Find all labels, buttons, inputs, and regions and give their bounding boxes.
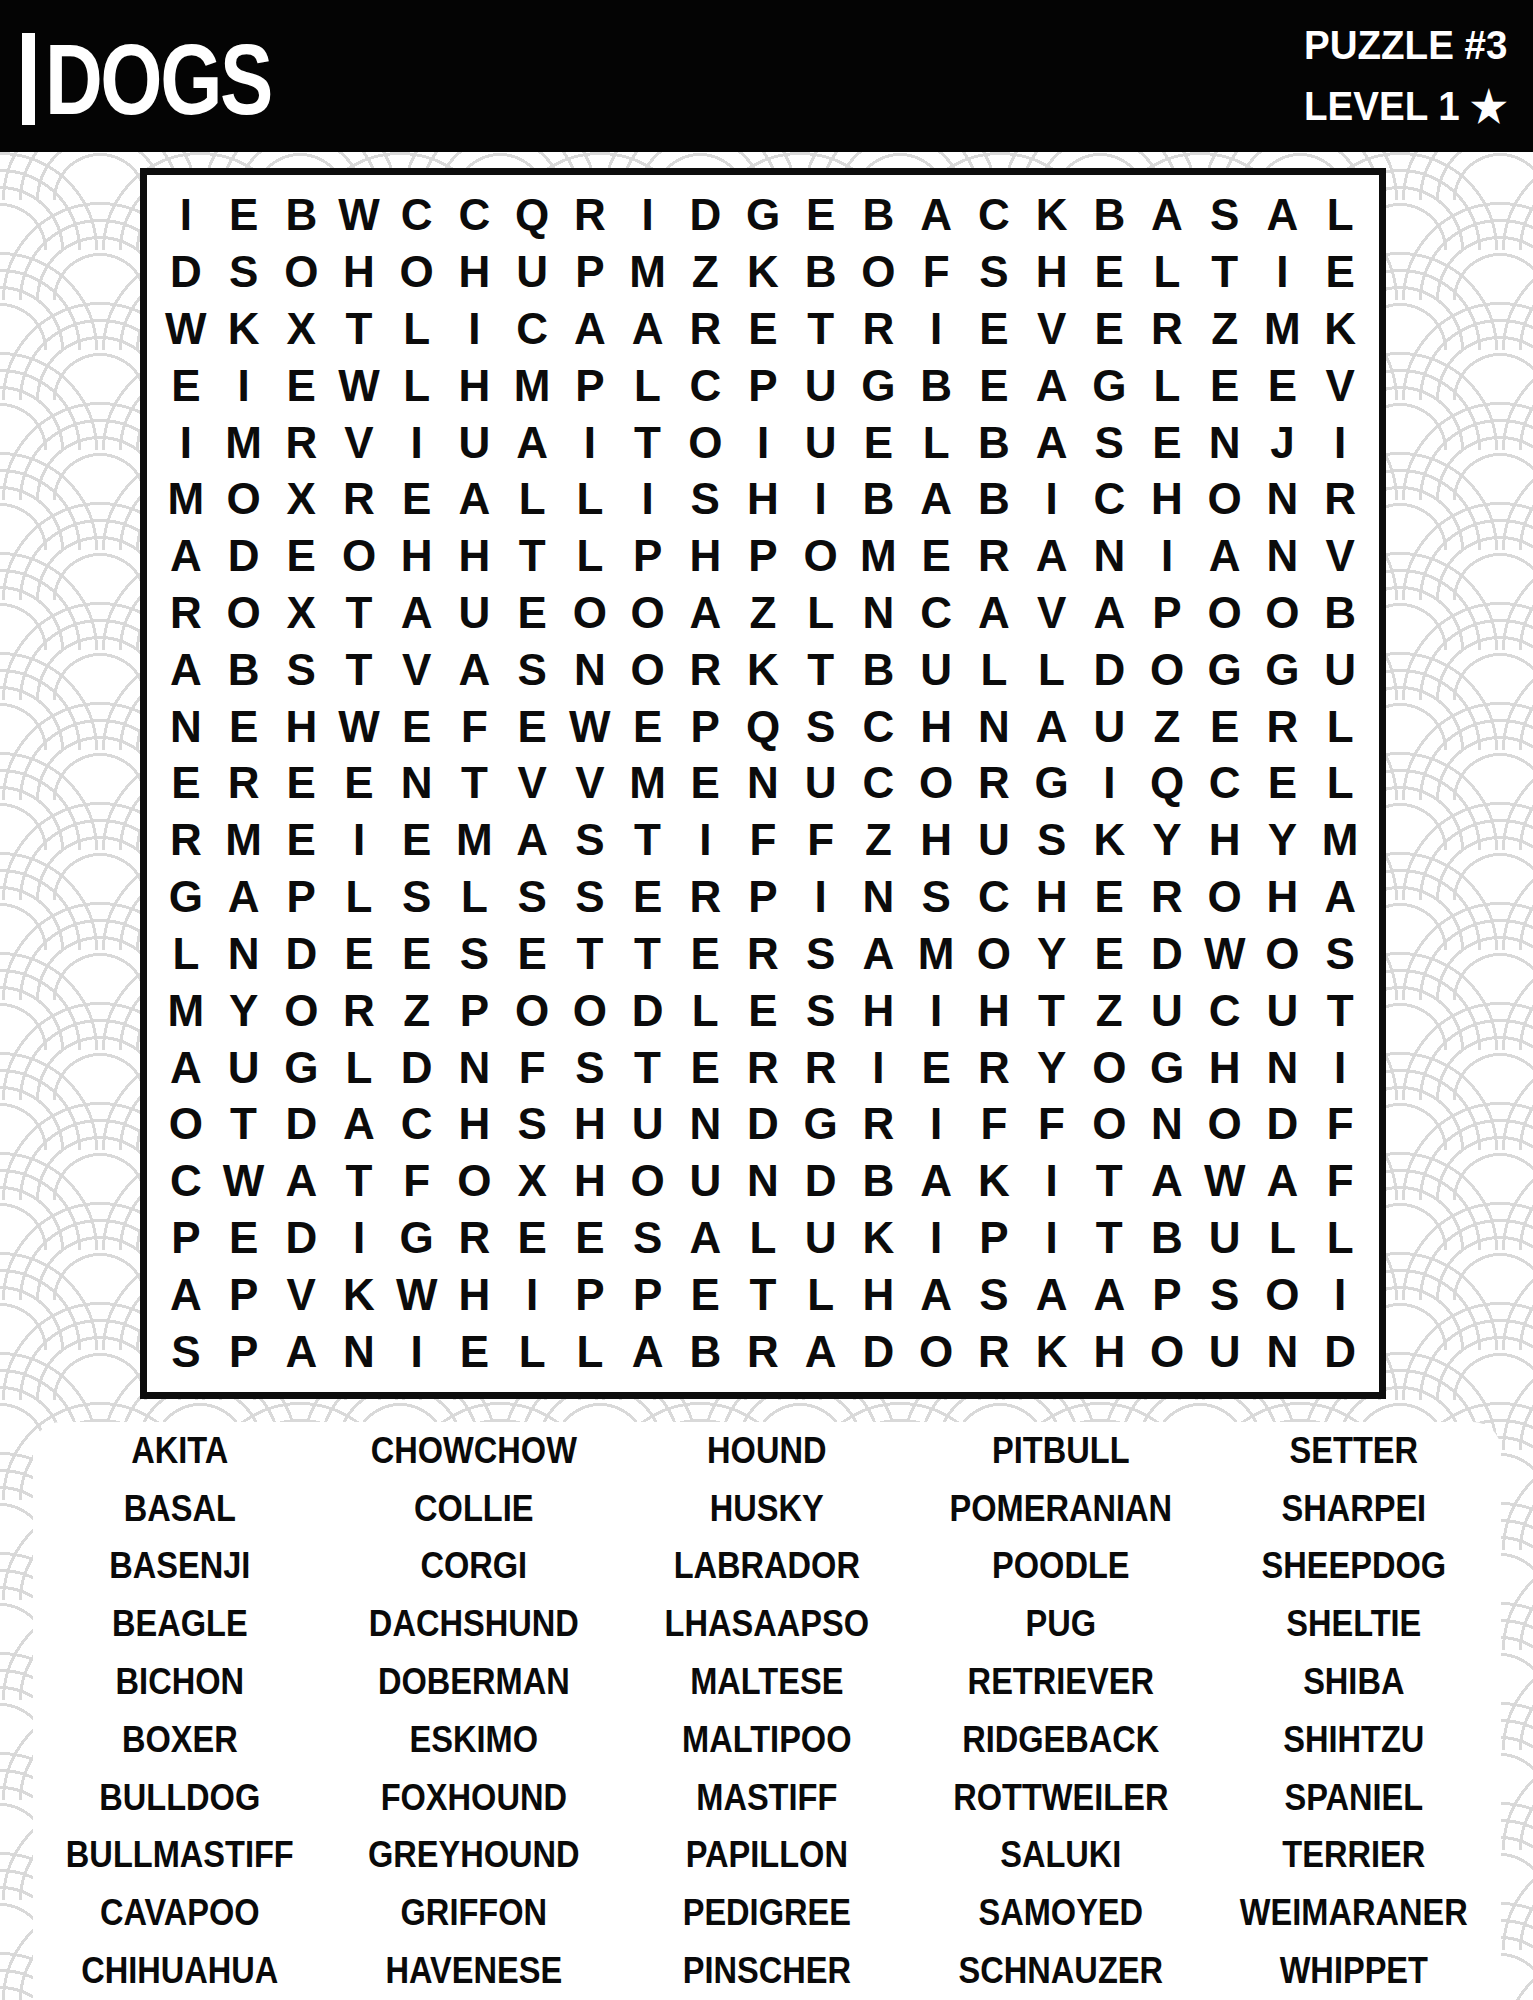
grid-cell-r2c10[interactable]: Z [676,244,734,301]
grid-cell-r14c4[interactable]: E [330,926,388,983]
grid-cell-r15c19[interactable]: C [1196,982,1254,1039]
grid-cell-r13c1[interactable]: G [157,869,215,926]
grid-cell-r19c14[interactable]: I [907,1210,965,1267]
grid-cell-r3c6[interactable]: I [446,301,504,358]
grid-cell-r14c14[interactable]: M [907,926,965,983]
grid-cell-r15c4[interactable]: R [330,982,388,1039]
grid-cell-r11c19[interactable]: C [1196,755,1254,812]
grid-cell-r12c17[interactable]: K [1080,812,1138,869]
grid-cell-r4c7[interactable]: M [503,357,561,414]
grid-cell-r1c16[interactable]: K [1023,187,1081,244]
grid-cell-r2c21[interactable]: E [1311,244,1369,301]
grid-cell-r8c8[interactable]: O [561,585,619,642]
grid-cell-r8c9[interactable]: O [619,585,677,642]
grid-cell-r3c5[interactable]: L [388,301,446,358]
grid-cell-r9c1[interactable]: A [157,641,215,698]
grid-cell-r8c18[interactable]: P [1138,585,1196,642]
grid-cell-r1c4[interactable]: W [330,187,388,244]
grid-cell-r3c4[interactable]: T [330,301,388,358]
grid-cell-r19c9[interactable]: S [619,1210,677,1267]
grid-cell-r19c3[interactable]: D [272,1210,330,1267]
grid-cell-r20c15[interactable]: S [965,1266,1023,1323]
grid-cell-r4c17[interactable]: G [1080,357,1138,414]
grid-cell-r15c9[interactable]: D [619,982,677,1039]
grid-cell-r14c18[interactable]: D [1138,926,1196,983]
grid-cell-r20c9[interactable]: P [619,1266,677,1323]
grid-cell-r13c13[interactable]: N [850,869,908,926]
grid-cell-r10c14[interactable]: H [907,698,965,755]
grid-cell-r16c13[interactable]: I [850,1039,908,1096]
grid-cell-r7c14[interactable]: E [907,528,965,585]
grid-cell-r12c15[interactable]: U [965,812,1023,869]
grid-cell-r9c3[interactable]: S [272,641,330,698]
grid-cell-r11c13[interactable]: C [850,755,908,812]
grid-cell-r1c19[interactable]: S [1196,187,1254,244]
grid-cell-r5c15[interactable]: B [965,414,1023,471]
grid-cell-r8c5[interactable]: A [388,585,446,642]
grid-cell-r20c6[interactable]: H [446,1266,504,1323]
grid-cell-r9c2[interactable]: B [215,641,273,698]
grid-cell-r7c17[interactable]: N [1080,528,1138,585]
grid-cell-r1c10[interactable]: D [676,187,734,244]
grid-cell-r3c13[interactable]: R [850,301,908,358]
grid-cell-r13c6[interactable]: L [446,869,504,926]
grid-cell-r8c21[interactable]: B [1311,585,1369,642]
grid-cell-r21c18[interactable]: O [1138,1323,1196,1380]
grid-cell-r17c21[interactable]: F [1311,1096,1369,1153]
grid-cell-r14c12[interactable]: S [792,926,850,983]
grid-cell-r18c14[interactable]: A [907,1153,965,1210]
grid-cell-r14c21[interactable]: S [1311,926,1369,983]
grid-cell-r7c3[interactable]: E [272,528,330,585]
grid-cell-r17c2[interactable]: T [215,1096,273,1153]
grid-cell-r17c3[interactable]: D [272,1096,330,1153]
grid-cell-r15c18[interactable]: U [1138,982,1196,1039]
grid-cell-r18c18[interactable]: A [1138,1153,1196,1210]
grid-cell-r11c11[interactable]: N [734,755,792,812]
grid-cell-r20c16[interactable]: A [1023,1266,1081,1323]
grid-cell-r6c8[interactable]: L [561,471,619,528]
grid-cell-r15c20[interactable]: U [1254,982,1312,1039]
grid-cell-r6c5[interactable]: E [388,471,446,528]
grid-cell-r10c3[interactable]: H [272,698,330,755]
grid-cell-r9c10[interactable]: R [676,641,734,698]
grid-cell-r3c19[interactable]: Z [1196,301,1254,358]
grid-cell-r21c4[interactable]: N [330,1323,388,1380]
grid-cell-r13c14[interactable]: S [907,869,965,926]
grid-cell-r10c9[interactable]: E [619,698,677,755]
grid-cell-r2c17[interactable]: E [1080,244,1138,301]
grid-cell-r19c1[interactable]: P [157,1210,215,1267]
grid-cell-r8c17[interactable]: A [1080,585,1138,642]
grid-cell-r20c14[interactable]: A [907,1266,965,1323]
grid-cell-r11c17[interactable]: I [1080,755,1138,812]
grid-cell-r18c19[interactable]: W [1196,1153,1254,1210]
grid-cell-r10c2[interactable]: E [215,698,273,755]
grid-cell-r1c18[interactable]: A [1138,187,1196,244]
grid-cell-r14c19[interactable]: W [1196,926,1254,983]
grid-cell-r10c16[interactable]: A [1023,698,1081,755]
grid-cell-r4c11[interactable]: P [734,357,792,414]
grid-cell-r1c20[interactable]: A [1254,187,1312,244]
grid-cell-r6c6[interactable]: A [446,471,504,528]
grid-cell-r8c13[interactable]: N [850,585,908,642]
grid-cell-r21c15[interactable]: R [965,1323,1023,1380]
grid-cell-r15c16[interactable]: T [1023,982,1081,1039]
grid-cell-r9c18[interactable]: O [1138,641,1196,698]
grid-cell-r12c9[interactable]: T [619,812,677,869]
grid-cell-r12c6[interactable]: M [446,812,504,869]
grid-cell-r14c13[interactable]: A [850,926,908,983]
grid-cell-r12c11[interactable]: F [734,812,792,869]
grid-cell-r6c12[interactable]: I [792,471,850,528]
grid-cell-r2c5[interactable]: O [388,244,446,301]
grid-cell-r17c16[interactable]: F [1023,1096,1081,1153]
grid-cell-r13c11[interactable]: P [734,869,792,926]
grid-cell-r15c17[interactable]: Z [1080,982,1138,1039]
grid-cell-r1c8[interactable]: R [561,187,619,244]
grid-cell-r9c14[interactable]: U [907,641,965,698]
grid-cell-r4c16[interactable]: A [1023,357,1081,414]
grid-cell-r12c5[interactable]: E [388,812,446,869]
grid-cell-r18c1[interactable]: C [157,1153,215,1210]
grid-cell-r6c1[interactable]: M [157,471,215,528]
grid-cell-r11c4[interactable]: E [330,755,388,812]
grid-cell-r5c9[interactable]: T [619,414,677,471]
grid-cell-r2c19[interactable]: T [1196,244,1254,301]
grid-cell-r21c14[interactable]: O [907,1323,965,1380]
grid-cell-r16c12[interactable]: R [792,1039,850,1096]
grid-cell-r16c16[interactable]: Y [1023,1039,1081,1096]
grid-cell-r8c20[interactable]: O [1254,585,1312,642]
grid-cell-r16c4[interactable]: L [330,1039,388,1096]
grid-cell-r1c12[interactable]: E [792,187,850,244]
grid-cell-r8c4[interactable]: T [330,585,388,642]
grid-cell-r2c12[interactable]: B [792,244,850,301]
grid-cell-r15c6[interactable]: P [446,982,504,1039]
grid-cell-r9c19[interactable]: G [1196,641,1254,698]
grid-cell-r7c13[interactable]: M [850,528,908,585]
grid-cell-r19c11[interactable]: L [734,1210,792,1267]
grid-cell-r6c13[interactable]: B [850,471,908,528]
grid-cell-r18c8[interactable]: H [561,1153,619,1210]
grid-cell-r10c19[interactable]: E [1196,698,1254,755]
grid-cell-r12c14[interactable]: H [907,812,965,869]
grid-cell-r4c15[interactable]: E [965,357,1023,414]
grid-cell-r3c21[interactable]: K [1311,301,1369,358]
grid-cell-r3c15[interactable]: E [965,301,1023,358]
grid-cell-r6c15[interactable]: B [965,471,1023,528]
grid-cell-r12c1[interactable]: R [157,812,215,869]
grid-cell-r2c2[interactable]: S [215,244,273,301]
grid-cell-r1c2[interactable]: E [215,187,273,244]
grid-cell-r8c7[interactable]: E [503,585,561,642]
grid-cell-r19c7[interactable]: E [503,1210,561,1267]
grid-cell-r10c18[interactable]: Z [1138,698,1196,755]
grid-cell-r16c2[interactable]: U [215,1039,273,1096]
grid-cell-r4c13[interactable]: G [850,357,908,414]
grid-cell-r17c6[interactable]: H [446,1096,504,1153]
grid-cell-r11c18[interactable]: Q [1138,755,1196,812]
grid-cell-r3c20[interactable]: M [1254,301,1312,358]
grid-cell-r14c2[interactable]: N [215,926,273,983]
grid-cell-r4c3[interactable]: E [272,357,330,414]
grid-cell-r21c6[interactable]: E [446,1323,504,1380]
grid-cell-r2c16[interactable]: H [1023,244,1081,301]
grid-cell-r6c7[interactable]: L [503,471,561,528]
grid-cell-r2c6[interactable]: H [446,244,504,301]
grid-cell-r19c20[interactable]: L [1254,1210,1312,1267]
grid-cell-r20c20[interactable]: O [1254,1266,1312,1323]
grid-cell-r6c16[interactable]: I [1023,471,1081,528]
grid-cell-r9c13[interactable]: B [850,641,908,698]
grid-cell-r5c8[interactable]: I [561,414,619,471]
grid-cell-r3c2[interactable]: K [215,301,273,358]
grid-cell-r11c7[interactable]: V [503,755,561,812]
grid-cell-r9c6[interactable]: A [446,641,504,698]
grid-cell-r21c1[interactable]: S [157,1323,215,1380]
grid-cell-r16c5[interactable]: D [388,1039,446,1096]
grid-cell-r10c20[interactable]: R [1254,698,1312,755]
grid-cell-r18c20[interactable]: A [1254,1153,1312,1210]
grid-cell-r20c3[interactable]: V [272,1266,330,1323]
grid-cell-r21c13[interactable]: D [850,1323,908,1380]
grid-cell-r14c1[interactable]: L [157,926,215,983]
grid-cell-r13c16[interactable]: H [1023,869,1081,926]
grid-cell-r5c10[interactable]: O [676,414,734,471]
grid-cell-r2c20[interactable]: I [1254,244,1312,301]
grid-cell-r14c9[interactable]: T [619,926,677,983]
grid-cell-r13c4[interactable]: L [330,869,388,926]
grid-cell-r1c9[interactable]: I [619,187,677,244]
grid-cell-r19c2[interactable]: E [215,1210,273,1267]
grid-cell-r18c17[interactable]: T [1080,1153,1138,1210]
grid-cell-r3c14[interactable]: I [907,301,965,358]
grid-cell-r6c18[interactable]: H [1138,471,1196,528]
grid-cell-r15c13[interactable]: H [850,982,908,1039]
grid-cell-r2c14[interactable]: F [907,244,965,301]
grid-cell-r4c12[interactable]: U [792,357,850,414]
grid-cell-r21c16[interactable]: K [1023,1323,1081,1380]
grid-cell-r19c6[interactable]: R [446,1210,504,1267]
grid-cell-r11c10[interactable]: E [676,755,734,812]
grid-cell-r7c6[interactable]: H [446,528,504,585]
grid-cell-r5c7[interactable]: A [503,414,561,471]
grid-cell-r7c18[interactable]: I [1138,528,1196,585]
grid-cell-r13c21[interactable]: A [1311,869,1369,926]
grid-cell-r15c10[interactable]: L [676,982,734,1039]
grid-cell-r20c21[interactable]: I [1311,1266,1369,1323]
grid-cell-r3c16[interactable]: V [1023,301,1081,358]
grid-cell-r14c8[interactable]: T [561,926,619,983]
grid-cell-r7c2[interactable]: D [215,528,273,585]
grid-cell-r12c10[interactable]: I [676,812,734,869]
grid-cell-r13c9[interactable]: E [619,869,677,926]
grid-cell-r8c19[interactable]: O [1196,585,1254,642]
grid-cell-r16c10[interactable]: E [676,1039,734,1096]
grid-cell-r10c6[interactable]: F [446,698,504,755]
grid-cell-r16c3[interactable]: G [272,1039,330,1096]
grid-cell-r3c7[interactable]: C [503,301,561,358]
grid-cell-r2c7[interactable]: U [503,244,561,301]
grid-cell-r14c11[interactable]: R [734,926,792,983]
grid-cell-r12c18[interactable]: Y [1138,812,1196,869]
grid-cell-r8c10[interactable]: A [676,585,734,642]
grid-cell-r3c1[interactable]: W [157,301,215,358]
grid-cell-r13c19[interactable]: O [1196,869,1254,926]
grid-cell-r12c16[interactable]: S [1023,812,1081,869]
grid-cell-r1c17[interactable]: B [1080,187,1138,244]
grid-cell-r6c2[interactable]: O [215,471,273,528]
grid-cell-r16c18[interactable]: G [1138,1039,1196,1096]
grid-cell-r1c15[interactable]: C [965,187,1023,244]
grid-cell-r21c3[interactable]: A [272,1323,330,1380]
grid-cell-r4c5[interactable]: L [388,357,446,414]
grid-cell-r11c14[interactable]: O [907,755,965,812]
grid-cell-r20c1[interactable]: A [157,1266,215,1323]
grid-cell-r11c6[interactable]: T [446,755,504,812]
grid-cell-r7c19[interactable]: A [1196,528,1254,585]
grid-cell-r11c2[interactable]: R [215,755,273,812]
grid-cell-r17c20[interactable]: D [1254,1096,1312,1153]
grid-cell-r13c18[interactable]: R [1138,869,1196,926]
grid-cell-r14c20[interactable]: O [1254,926,1312,983]
grid-cell-r15c11[interactable]: E [734,982,792,1039]
grid-cell-r13c3[interactable]: P [272,869,330,926]
grid-cell-r1c14[interactable]: A [907,187,965,244]
grid-cell-r20c11[interactable]: T [734,1266,792,1323]
grid-cell-r3c18[interactable]: R [1138,301,1196,358]
grid-cell-r6c19[interactable]: O [1196,471,1254,528]
grid-cell-r14c6[interactable]: S [446,926,504,983]
grid-cell-r20c19[interactable]: S [1196,1266,1254,1323]
grid-cell-r9c8[interactable]: N [561,641,619,698]
grid-cell-r6c10[interactable]: S [676,471,734,528]
grid-cell-r21c10[interactable]: B [676,1323,734,1380]
grid-cell-r8c14[interactable]: C [907,585,965,642]
grid-cell-r5c2[interactable]: M [215,414,273,471]
grid-cell-r12c21[interactable]: M [1311,812,1369,869]
grid-cell-r12c3[interactable]: E [272,812,330,869]
grid-cell-r15c7[interactable]: O [503,982,561,1039]
grid-cell-r5c14[interactable]: L [907,414,965,471]
grid-cell-r11c16[interactable]: G [1023,755,1081,812]
grid-cell-r15c5[interactable]: Z [388,982,446,1039]
grid-cell-r3c8[interactable]: A [561,301,619,358]
grid-cell-r11c20[interactable]: E [1254,755,1312,812]
grid-cell-r9c9[interactable]: O [619,641,677,698]
grid-cell-r17c4[interactable]: A [330,1096,388,1153]
grid-cell-r9c21[interactable]: U [1311,641,1369,698]
grid-cell-r2c8[interactable]: P [561,244,619,301]
grid-cell-r5c6[interactable]: U [446,414,504,471]
grid-cell-r20c8[interactable]: P [561,1266,619,1323]
grid-cell-r9c12[interactable]: T [792,641,850,698]
grid-cell-r12c13[interactable]: Z [850,812,908,869]
grid-cell-r7c8[interactable]: L [561,528,619,585]
grid-cell-r5c5[interactable]: I [388,414,446,471]
grid-cell-r17c19[interactable]: O [1196,1096,1254,1153]
grid-cell-r8c15[interactable]: A [965,585,1023,642]
grid-cell-r3c3[interactable]: X [272,301,330,358]
grid-cell-r16c15[interactable]: R [965,1039,1023,1096]
grid-cell-r6c14[interactable]: A [907,471,965,528]
grid-cell-r15c12[interactable]: S [792,982,850,1039]
grid-cell-r20c10[interactable]: E [676,1266,734,1323]
grid-cell-r6c17[interactable]: C [1080,471,1138,528]
grid-cell-r13c12[interactable]: I [792,869,850,926]
grid-cell-r2c1[interactable]: D [157,244,215,301]
grid-cell-r12c8[interactable]: S [561,812,619,869]
grid-cell-r11c8[interactable]: V [561,755,619,812]
grid-cell-r16c6[interactable]: N [446,1039,504,1096]
grid-cell-r21c19[interactable]: U [1196,1323,1254,1380]
grid-cell-r1c11[interactable]: G [734,187,792,244]
grid-cell-r8c2[interactable]: O [215,585,273,642]
grid-cell-r12c4[interactable]: I [330,812,388,869]
grid-cell-r1c5[interactable]: C [388,187,446,244]
grid-cell-r6c9[interactable]: I [619,471,677,528]
grid-cell-r16c1[interactable]: A [157,1039,215,1096]
grid-cell-r1c1[interactable]: I [157,187,215,244]
grid-cell-r21c17[interactable]: H [1080,1323,1138,1380]
grid-cell-r4c4[interactable]: W [330,357,388,414]
grid-cell-r19c4[interactable]: I [330,1210,388,1267]
grid-cell-r13c5[interactable]: S [388,869,446,926]
grid-cell-r2c15[interactable]: S [965,244,1023,301]
grid-cell-r9c16[interactable]: L [1023,641,1081,698]
grid-cell-r15c2[interactable]: Y [215,982,273,1039]
grid-cell-r10c4[interactable]: W [330,698,388,755]
grid-cell-r16c14[interactable]: E [907,1039,965,1096]
grid-cell-r3c12[interactable]: T [792,301,850,358]
grid-cell-r20c2[interactable]: P [215,1266,273,1323]
grid-cell-r21c5[interactable]: I [388,1323,446,1380]
grid-cell-r1c3[interactable]: B [272,187,330,244]
grid-cell-r12c20[interactable]: Y [1254,812,1312,869]
grid-cell-r21c7[interactable]: L [503,1323,561,1380]
grid-cell-r4c10[interactable]: C [676,357,734,414]
grid-cell-r14c16[interactable]: Y [1023,926,1081,983]
grid-cell-r5c20[interactable]: J [1254,414,1312,471]
grid-cell-r19c16[interactable]: I [1023,1210,1081,1267]
grid-cell-r17c11[interactable]: D [734,1096,792,1153]
grid-cell-r10c17[interactable]: U [1080,698,1138,755]
grid-cell-r2c3[interactable]: O [272,244,330,301]
grid-cell-r10c8[interactable]: W [561,698,619,755]
grid-cell-r3c10[interactable]: R [676,301,734,358]
grid-cell-r18c11[interactable]: N [734,1153,792,1210]
grid-cell-r8c6[interactable]: U [446,585,504,642]
grid-cell-r19c21[interactable]: L [1311,1210,1369,1267]
grid-cell-r2c4[interactable]: H [330,244,388,301]
grid-cell-r18c13[interactable]: B [850,1153,908,1210]
grid-cell-r14c7[interactable]: E [503,926,561,983]
grid-cell-r5c21[interactable]: I [1311,414,1369,471]
grid-cell-r17c18[interactable]: N [1138,1096,1196,1153]
grid-cell-r16c11[interactable]: R [734,1039,792,1096]
grid-cell-r4c14[interactable]: B [907,357,965,414]
grid-cell-r18c15[interactable]: K [965,1153,1023,1210]
grid-cell-r6c4[interactable]: R [330,471,388,528]
grid-cell-r19c5[interactable]: G [388,1210,446,1267]
grid-cell-r12c19[interactable]: H [1196,812,1254,869]
grid-cell-r7c9[interactable]: P [619,528,677,585]
grid-cell-r5c4[interactable]: V [330,414,388,471]
grid-cell-r7c11[interactable]: P [734,528,792,585]
grid-cell-r10c7[interactable]: E [503,698,561,755]
grid-cell-r15c1[interactable]: M [157,982,215,1039]
